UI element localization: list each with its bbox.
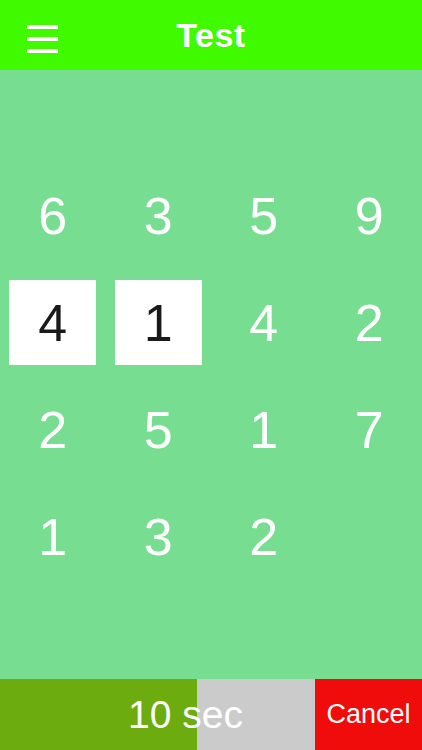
cell-value: 3 xyxy=(115,173,202,258)
cell-value: 3 xyxy=(115,494,202,579)
grid-cell[interactable]: 1 xyxy=(211,376,317,483)
cell-value: 2 xyxy=(326,280,413,365)
grid-cell[interactable]: 5 xyxy=(106,376,212,483)
cell-value: 4 xyxy=(220,280,307,365)
cell-value: 1 xyxy=(115,280,202,365)
grid-cell[interactable]: 3 xyxy=(106,162,212,269)
grid-cell[interactable]: 2 xyxy=(211,483,317,590)
grid-cell[interactable]: 7 xyxy=(317,376,422,483)
app-bar: Test xyxy=(0,0,422,70)
page-title: Test xyxy=(0,0,422,70)
cell-value: 1 xyxy=(9,494,96,579)
timer-progress-fill xyxy=(0,679,197,750)
grid-cell[interactable]: 4 xyxy=(0,269,106,376)
timer-progress-track: 10 sec xyxy=(0,679,315,750)
grid-cell[interactable]: 2 xyxy=(0,376,106,483)
cell-value: 4 xyxy=(9,280,96,365)
grid-cell[interactable]: 4 xyxy=(211,269,317,376)
app-screen: Test 6 3 5 9 4 1 4 2 2 5 1 7 1 3 2 10 se… xyxy=(0,0,422,750)
cancel-button[interactable]: Cancel xyxy=(315,679,422,750)
grid-cell[interactable]: 1 xyxy=(0,483,106,590)
cell-value: 6 xyxy=(9,173,96,258)
bottom-bar: 10 sec Cancel xyxy=(0,679,422,750)
grid-cell-empty xyxy=(317,483,422,590)
cell-value: 2 xyxy=(9,387,96,472)
cell-value: 7 xyxy=(326,387,413,472)
cell-value: 5 xyxy=(220,173,307,258)
grid-cell[interactable]: 6 xyxy=(0,162,106,269)
cell-value: 1 xyxy=(220,387,307,472)
cell-value: 9 xyxy=(326,173,413,258)
cell-value xyxy=(326,494,413,579)
cell-value: 2 xyxy=(220,494,307,579)
number-board: 6 3 5 9 4 1 4 2 2 5 1 7 1 3 2 xyxy=(0,162,422,590)
grid-cell[interactable]: 5 xyxy=(211,162,317,269)
cell-value: 5 xyxy=(115,387,202,472)
grid-cell[interactable]: 9 xyxy=(317,162,422,269)
grid-cell[interactable]: 1 xyxy=(106,269,212,376)
grid-cell[interactable]: 3 xyxy=(106,483,212,590)
grid-cell[interactable]: 2 xyxy=(317,269,422,376)
